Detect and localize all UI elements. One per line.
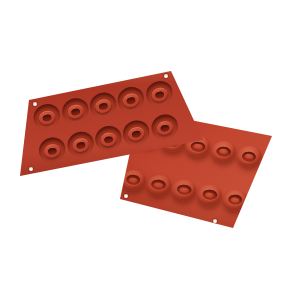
bump-groove-ring — [125, 174, 142, 186]
oval-bump — [208, 139, 238, 164]
cavity-inner-ring — [151, 87, 169, 103]
oval-cavity — [60, 96, 90, 125]
cavity-inner-ring — [38, 110, 56, 126]
bump-groove-ring — [215, 146, 232, 158]
oval-bump — [169, 178, 199, 203]
cavity-inner-ring — [94, 98, 112, 114]
cavity-ring-center — [160, 124, 170, 132]
cavity-inner-ring — [66, 104, 84, 120]
cavity-ring-center — [42, 114, 52, 122]
oval-cavity — [65, 129, 95, 158]
cavity-ring-center — [104, 136, 114, 144]
oval-bump — [118, 168, 148, 193]
bump-center-plateau — [193, 143, 203, 149]
bump-groove-ring — [227, 194, 244, 206]
cavity-inner-ring — [123, 92, 141, 108]
bump-center-plateau — [128, 177, 138, 183]
cavity-inner-ring — [72, 137, 90, 153]
oval-cavity — [37, 135, 67, 164]
bump-groove-ring — [150, 179, 167, 191]
bump-center-plateau — [244, 153, 254, 159]
bump-center-plateau — [179, 187, 189, 193]
cavity-ring-center — [126, 96, 136, 104]
cavity-ring-center — [70, 108, 80, 116]
bump-center-plateau — [205, 192, 215, 198]
hanging-hole — [261, 129, 265, 133]
oval-cavity — [144, 79, 174, 108]
cavity-inner-ring — [44, 143, 62, 159]
cavity-ring-center — [76, 141, 86, 149]
oval-cavity — [93, 124, 123, 153]
hanging-hole — [124, 194, 128, 198]
hanging-hole — [213, 219, 217, 223]
hanging-hole — [33, 102, 37, 106]
oval-bump — [220, 188, 250, 213]
bump-groove-ring — [176, 184, 193, 196]
cavity-ring-center — [48, 147, 58, 155]
cavity-ring-center — [155, 91, 165, 99]
hanging-hole — [29, 167, 33, 171]
oval-cavity — [116, 85, 146, 114]
product-photo-canvas — [0, 0, 292, 292]
bump-groove-ring — [241, 151, 258, 163]
bump-center-plateau — [219, 148, 229, 154]
hanging-hole — [164, 74, 168, 78]
cavity-inner-ring — [100, 132, 118, 148]
bump-center-plateau — [230, 197, 240, 203]
oval-bump — [234, 144, 264, 169]
cavity-inner-ring — [156, 120, 174, 136]
oval-bump — [194, 183, 224, 208]
bump-groove-ring — [201, 189, 218, 201]
oval-cavity — [88, 90, 118, 119]
bump-center-plateau — [154, 182, 164, 188]
cavity-ring-center — [98, 102, 108, 110]
oval-bump — [143, 173, 173, 198]
oval-cavity — [32, 102, 62, 131]
cavity-ring-center — [132, 130, 142, 138]
bump-groove-ring — [190, 141, 207, 153]
oval-cavity — [122, 118, 152, 147]
cavity-inner-ring — [128, 126, 146, 142]
oval-cavity — [150, 112, 180, 141]
